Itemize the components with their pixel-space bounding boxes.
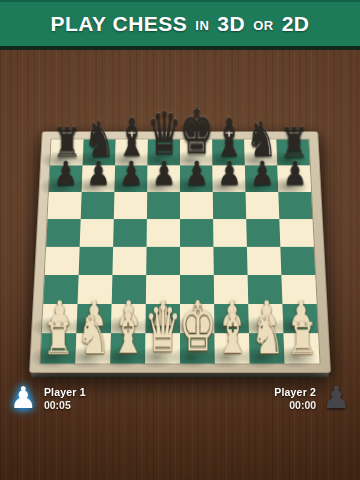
square-g4[interactable] bbox=[247, 247, 281, 275]
table-background: ♜♞♝♛♚♝♞♜♟♟♟♟♟♟♟♟♟♟♟♟♟♟♟♟♜♞♝♛♚♝♞♜ ♟ Playe… bbox=[0, 50, 360, 480]
square-h6[interactable] bbox=[278, 192, 312, 219]
square-h7[interactable]: ♟ bbox=[277, 165, 311, 192]
square-f6[interactable] bbox=[213, 192, 246, 219]
banner-text-3d: 3D bbox=[217, 12, 245, 36]
square-f4[interactable] bbox=[213, 247, 247, 275]
player2-name: Player 2 bbox=[274, 386, 316, 398]
player1-hud: ♟ Player 1 00:05 bbox=[10, 383, 86, 413]
banner-text-2d: 2D bbox=[282, 12, 310, 36]
square-a4[interactable] bbox=[45, 247, 80, 275]
player1-name: Player 1 bbox=[44, 386, 86, 398]
square-g5[interactable] bbox=[246, 219, 280, 247]
square-a5[interactable] bbox=[46, 219, 80, 247]
player2-text: Player 2 00:00 bbox=[274, 386, 316, 411]
square-b5[interactable] bbox=[80, 219, 114, 247]
square-a6[interactable] bbox=[48, 192, 82, 219]
square-f5[interactable] bbox=[213, 219, 247, 247]
white-pawn-icon: ♟ bbox=[10, 383, 37, 413]
app-window: PLAY CHESS IN 3D OR 2D ♜♞♝♛♚♝♞♜♟♟♟♟♟♟♟♟♟… bbox=[0, 0, 360, 480]
square-b4[interactable] bbox=[79, 247, 113, 275]
player2-clock: 00:00 bbox=[274, 399, 316, 411]
square-g6[interactable] bbox=[246, 192, 280, 219]
board-front-edge bbox=[31, 373, 329, 378]
banner-text-play-chess: PLAY CHESS bbox=[50, 12, 187, 36]
square-d5[interactable] bbox=[147, 219, 180, 247]
square-h1[interactable]: ♜ bbox=[284, 333, 320, 363]
square-h4[interactable] bbox=[280, 247, 315, 275]
square-e5[interactable] bbox=[180, 219, 213, 247]
banner-play-chess[interactable]: PLAY CHESS IN 3D OR 2D bbox=[0, 0, 360, 50]
black-pawn-icon: ♟ bbox=[323, 383, 350, 413]
black-pawn[interactable]: ♟ bbox=[262, 157, 328, 190]
square-e4[interactable] bbox=[180, 247, 214, 275]
square-c6[interactable] bbox=[114, 192, 147, 219]
square-c4[interactable] bbox=[112, 247, 146, 275]
square-e6[interactable] bbox=[180, 192, 213, 219]
player1-clock: 00:05 bbox=[44, 399, 86, 411]
white-rook[interactable]: ♜ bbox=[267, 318, 337, 362]
player1-text: Player 1 00:05 bbox=[44, 386, 86, 411]
board-grid: ♜♞♝♛♚♝♞♜♟♟♟♟♟♟♟♟♟♟♟♟♟♟♟♟♜♞♝♛♚♝♞♜ bbox=[40, 139, 319, 363]
square-d4[interactable] bbox=[146, 247, 180, 275]
square-c5[interactable] bbox=[113, 219, 147, 247]
square-b6[interactable] bbox=[81, 192, 115, 219]
banner-text-or: OR bbox=[253, 16, 274, 33]
board-frame: ♜♞♝♛♚♝♞♜♟♟♟♟♟♟♟♟♟♟♟♟♟♟♟♟♜♞♝♛♚♝♞♜ bbox=[29, 131, 331, 373]
banner-text-in: IN bbox=[195, 16, 209, 33]
square-d6[interactable] bbox=[147, 192, 180, 219]
chess-board: ♜♞♝♛♚♝♞♜♟♟♟♟♟♟♟♟♟♟♟♟♟♟♟♟♜♞♝♛♚♝♞♜ bbox=[29, 131, 331, 373]
player2-hud: Player 2 00:00 ♟ bbox=[274, 383, 350, 413]
square-h5[interactable] bbox=[279, 219, 313, 247]
